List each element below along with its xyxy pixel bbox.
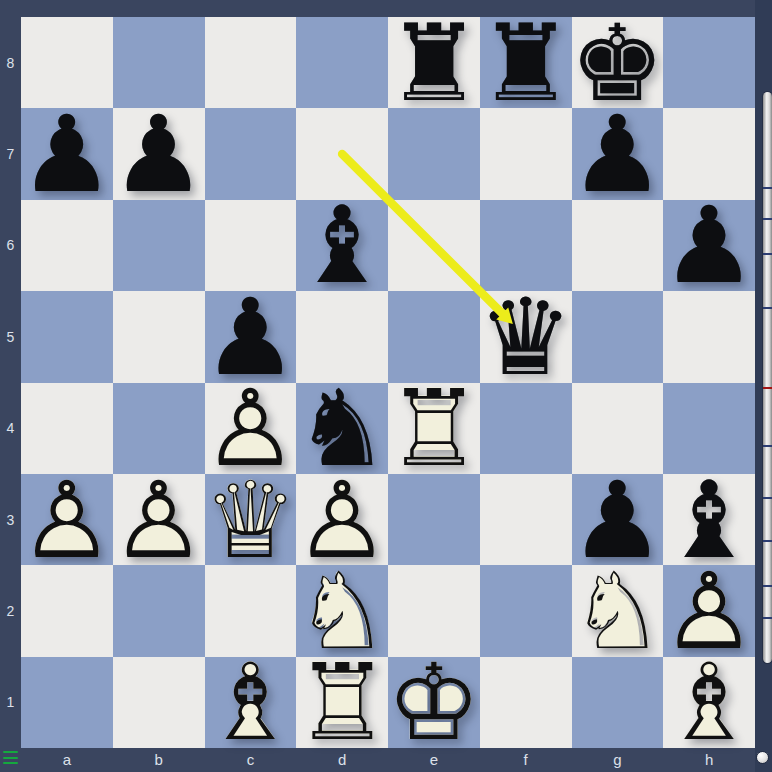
square-f5[interactable]: ♛♛ [480, 291, 572, 382]
slider-tick [763, 617, 772, 619]
piece-black-pawn-a7: ♟♟ [21, 108, 113, 199]
square-a6[interactable] [21, 200, 113, 291]
slider-tick [763, 253, 772, 255]
file-label-f: f [514, 751, 538, 768]
square-g7[interactable]: ♟♟ [572, 108, 664, 199]
slider-tick-red [763, 387, 772, 389]
rank-label-6: 6 [0, 237, 21, 253]
rank-label-7: 7 [0, 146, 21, 162]
piece-black-pawn-b7: ♟♟ [113, 108, 205, 199]
square-b5[interactable] [113, 291, 205, 382]
piece-white-pawn-b3: ♟♙ [113, 474, 205, 565]
piece-black-pawn-g7: ♟♟ [572, 108, 664, 199]
square-e3[interactable] [388, 474, 480, 565]
slider-tick [763, 445, 772, 447]
piece-white-king-e1: ♚♔ [388, 657, 480, 748]
square-c7[interactable] [205, 108, 297, 199]
square-e6[interactable] [388, 200, 480, 291]
piece-black-queen-f5: ♛♛ [480, 291, 572, 382]
file-label-b: b [147, 751, 171, 768]
piece-white-rook-d1: ♜♖ [296, 657, 388, 748]
square-g6[interactable] [572, 200, 664, 291]
file-label-d: d [330, 751, 354, 768]
square-h1[interactable]: ♝♗ [663, 657, 755, 748]
square-h8[interactable] [663, 17, 755, 108]
piece-white-bishop-h1: ♝♗ [663, 657, 755, 748]
square-e8[interactable]: ♜♜ [388, 17, 480, 108]
square-a3[interactable]: ♟♙ [21, 474, 113, 565]
piece-black-rook-f8: ♜♜ [480, 17, 572, 108]
square-g1[interactable] [572, 657, 664, 748]
status-dot-icon[interactable] [756, 751, 769, 764]
rank-label-1: 1 [0, 694, 21, 710]
square-d1[interactable]: ♜♖ [296, 657, 388, 748]
square-f7[interactable] [480, 108, 572, 199]
rank-label-5: 5 [0, 329, 21, 345]
file-label-e: e [422, 751, 446, 768]
chess-board: ♜♜♜♜♚♚♟♟♟♟♟♟♝♝♟♟♟♟♛♛♟♙♞♞♜♖♟♙♟♙♛♕♟♙♟♟♝♝♞♘… [21, 17, 755, 748]
file-label-c: c [238, 751, 262, 768]
square-f2[interactable] [480, 565, 572, 656]
piece-white-bishop-c1: ♝♗ [205, 657, 297, 748]
slider-tick [763, 218, 772, 220]
menu-icon[interactable] [3, 751, 18, 764]
slider-tick [763, 585, 772, 587]
square-b6[interactable] [113, 200, 205, 291]
piece-black-bishop-d6: ♝♝ [296, 200, 388, 291]
square-f4[interactable] [480, 383, 572, 474]
square-f3[interactable] [480, 474, 572, 565]
position-slider[interactable] [763, 92, 772, 663]
file-label-g: g [605, 751, 629, 768]
piece-white-rook-e4: ♜♖ [388, 383, 480, 474]
square-d6[interactable]: ♝♝ [296, 200, 388, 291]
square-c1[interactable]: ♝♗ [205, 657, 297, 748]
slider-tick [763, 497, 772, 499]
square-b3[interactable]: ♟♙ [113, 474, 205, 565]
square-e7[interactable] [388, 108, 480, 199]
file-label-a: a [55, 751, 79, 768]
slider-tick [763, 187, 772, 189]
square-a2[interactable] [21, 565, 113, 656]
square-b7[interactable]: ♟♟ [113, 108, 205, 199]
square-a5[interactable] [21, 291, 113, 382]
square-f1[interactable] [480, 657, 572, 748]
chess-app-window: { "game": "chess", "position": { "fen": … [0, 0, 772, 772]
square-b1[interactable] [113, 657, 205, 748]
slider-tick [763, 540, 772, 542]
square-a1[interactable] [21, 657, 113, 748]
square-b2[interactable] [113, 565, 205, 656]
file-label-h: h [697, 751, 721, 768]
square-h5[interactable] [663, 291, 755, 382]
square-c3[interactable]: ♛♕ [205, 474, 297, 565]
square-c8[interactable] [205, 17, 297, 108]
square-g2[interactable]: ♞♘ [572, 565, 664, 656]
slider-tick [763, 307, 772, 309]
square-d8[interactable] [296, 17, 388, 108]
square-e1[interactable]: ♚♔ [388, 657, 480, 748]
piece-white-knight-g2: ♞♘ [572, 565, 664, 656]
square-h6[interactable]: ♟♟ [663, 200, 755, 291]
rank-label-3: 3 [0, 512, 21, 528]
square-a7[interactable]: ♟♟ [21, 108, 113, 199]
piece-white-queen-c3: ♛♕ [205, 474, 297, 565]
piece-black-pawn-h6: ♟♟ [663, 200, 755, 291]
rank-label-2: 2 [0, 603, 21, 619]
rank-label-4: 4 [0, 420, 21, 436]
piece-black-rook-e8: ♜♜ [388, 17, 480, 108]
square-f8[interactable]: ♜♜ [480, 17, 572, 108]
square-e4[interactable]: ♜♖ [388, 383, 480, 474]
rank-label-8: 8 [0, 55, 21, 71]
square-g5[interactable] [572, 291, 664, 382]
piece-white-pawn-a3: ♟♙ [21, 474, 113, 565]
